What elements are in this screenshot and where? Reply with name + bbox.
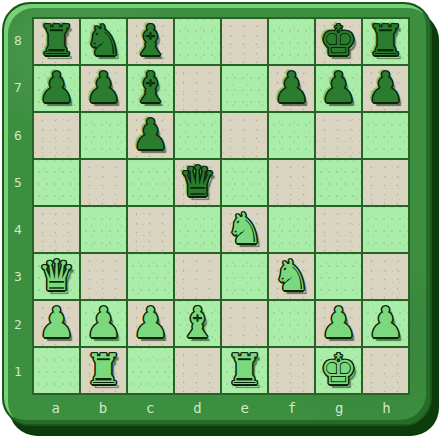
square-g4[interactable] — [316, 207, 361, 252]
square-a5[interactable] — [34, 160, 79, 205]
white-king-g1[interactable]: ♚ — [316, 346, 361, 393]
square-b1[interactable]: ♜ — [81, 348, 126, 393]
chess-board[interactable]: ♜♞♝♚♜♟♟♝♟♟♟♟♛♞♛♞♟♟♟♝♟♟♜♜♚ — [32, 17, 410, 395]
square-b7[interactable]: ♟ — [81, 66, 126, 111]
square-h8[interactable]: ♜ — [363, 19, 408, 64]
square-g2[interactable]: ♟ — [316, 301, 361, 346]
square-d6[interactable] — [175, 113, 220, 158]
white-rook-b1[interactable]: ♜ — [81, 346, 126, 393]
rank-label-8: 8 — [4, 17, 32, 64]
white-pawn-b2[interactable]: ♟ — [81, 299, 126, 346]
square-e1[interactable]: ♜ — [222, 348, 267, 393]
square-g6[interactable] — [316, 113, 361, 158]
square-a4[interactable] — [34, 207, 79, 252]
square-f2[interactable] — [269, 301, 314, 346]
square-g8[interactable]: ♚ — [316, 19, 361, 64]
square-d5[interactable]: ♛ — [175, 160, 220, 205]
black-pawn-h7[interactable]: ♟ — [363, 64, 408, 111]
black-pawn-f7[interactable]: ♟ — [269, 64, 314, 111]
black-knight-b8[interactable]: ♞ — [81, 17, 126, 64]
square-h6[interactable] — [363, 113, 408, 158]
square-g1[interactable]: ♚ — [316, 348, 361, 393]
square-d4[interactable] — [175, 207, 220, 252]
square-c4[interactable] — [128, 207, 173, 252]
white-bishop-d2[interactable]: ♝ — [175, 299, 220, 346]
white-knight-f3[interactable]: ♞ — [269, 252, 314, 299]
chess-board-panel: 87654321 ♜♞♝♚♜♟♟♝♟♟♟♟♛♞♛♞♟♟♟♝♟♟♜♜♚ abcde… — [0, 0, 444, 442]
rank-label-2: 2 — [4, 301, 32, 348]
square-h2[interactable]: ♟ — [363, 301, 408, 346]
rank-label-5: 5 — [4, 159, 32, 206]
black-queen-d5[interactable]: ♛ — [175, 158, 220, 205]
file-label-a: a — [32, 395, 79, 421]
square-f3[interactable]: ♞ — [269, 254, 314, 299]
square-e6[interactable] — [222, 113, 267, 158]
square-b3[interactable] — [81, 254, 126, 299]
white-pawn-c2[interactable]: ♟ — [128, 299, 173, 346]
board-frame: 87654321 ♜♞♝♚♜♟♟♝♟♟♟♟♛♞♛♞♟♟♟♝♟♟♜♜♚ abcde… — [2, 2, 432, 426]
file-label-b: b — [79, 395, 126, 421]
rank-labels: 87654321 — [4, 17, 32, 395]
black-pawn-g7[interactable]: ♟ — [316, 64, 361, 111]
square-e5[interactable] — [222, 160, 267, 205]
square-a6[interactable] — [34, 113, 79, 158]
square-e4[interactable]: ♞ — [222, 207, 267, 252]
square-h1[interactable] — [363, 348, 408, 393]
file-label-h: h — [363, 395, 410, 421]
square-c5[interactable] — [128, 160, 173, 205]
rank-label-1: 1 — [4, 348, 32, 395]
square-f6[interactable] — [269, 113, 314, 158]
square-c6[interactable]: ♟ — [128, 113, 173, 158]
white-knight-e4[interactable]: ♞ — [222, 205, 267, 252]
square-a7[interactable]: ♟ — [34, 66, 79, 111]
square-b8[interactable]: ♞ — [81, 19, 126, 64]
white-pawn-h2[interactable]: ♟ — [363, 299, 408, 346]
square-c2[interactable]: ♟ — [128, 301, 173, 346]
square-f7[interactable]: ♟ — [269, 66, 314, 111]
square-f4[interactable] — [269, 207, 314, 252]
file-label-e: e — [221, 395, 268, 421]
square-g3[interactable] — [316, 254, 361, 299]
square-h4[interactable] — [363, 207, 408, 252]
black-rook-h8[interactable]: ♜ — [363, 17, 408, 64]
file-label-c: c — [127, 395, 174, 421]
square-a8[interactable]: ♜ — [34, 19, 79, 64]
black-pawn-c6[interactable]: ♟ — [128, 111, 173, 158]
square-b5[interactable] — [81, 160, 126, 205]
square-a1[interactable] — [34, 348, 79, 393]
rank-label-4: 4 — [4, 206, 32, 253]
file-labels: abcdefgh — [32, 395, 410, 421]
square-h3[interactable] — [363, 254, 408, 299]
square-f8[interactable] — [269, 19, 314, 64]
black-bishop-c8[interactable]: ♝ — [128, 17, 173, 64]
black-rook-a8[interactable]: ♜ — [34, 17, 79, 64]
square-d3[interactable] — [175, 254, 220, 299]
square-h7[interactable]: ♟ — [363, 66, 408, 111]
square-b6[interactable] — [81, 113, 126, 158]
square-e3[interactable] — [222, 254, 267, 299]
square-f1[interactable] — [269, 348, 314, 393]
white-pawn-g2[interactable]: ♟ — [316, 299, 361, 346]
file-label-f: f — [268, 395, 315, 421]
file-label-g: g — [316, 395, 363, 421]
square-e2[interactable] — [222, 301, 267, 346]
square-b2[interactable]: ♟ — [81, 301, 126, 346]
black-king-g8[interactable]: ♚ — [316, 17, 361, 64]
rank-label-7: 7 — [4, 64, 32, 111]
square-e8[interactable] — [222, 19, 267, 64]
square-c8[interactable]: ♝ — [128, 19, 173, 64]
square-c7[interactable]: ♝ — [128, 66, 173, 111]
black-bishop-c7[interactable]: ♝ — [128, 64, 173, 111]
file-label-d: d — [174, 395, 221, 421]
square-d8[interactable] — [175, 19, 220, 64]
square-c1[interactable] — [128, 348, 173, 393]
white-rook-e1[interactable]: ♜ — [222, 346, 267, 393]
black-pawn-a7[interactable]: ♟ — [34, 64, 79, 111]
square-d7[interactable] — [175, 66, 220, 111]
square-d2[interactable]: ♝ — [175, 301, 220, 346]
square-a3[interactable]: ♛ — [34, 254, 79, 299]
black-pawn-b7[interactable]: ♟ — [81, 64, 126, 111]
square-c3[interactable] — [128, 254, 173, 299]
square-e7[interactable] — [222, 66, 267, 111]
white-pawn-a2[interactable]: ♟ — [34, 299, 79, 346]
square-h5[interactable] — [363, 160, 408, 205]
square-g7[interactable]: ♟ — [316, 66, 361, 111]
rank-label-6: 6 — [4, 112, 32, 159]
square-g5[interactable] — [316, 160, 361, 205]
square-b4[interactable] — [81, 207, 126, 252]
square-f5[interactable] — [269, 160, 314, 205]
white-queen-a3[interactable]: ♛ — [34, 252, 79, 299]
rank-label-3: 3 — [4, 253, 32, 300]
square-d1[interactable] — [175, 348, 220, 393]
square-a2[interactable]: ♟ — [34, 301, 79, 346]
